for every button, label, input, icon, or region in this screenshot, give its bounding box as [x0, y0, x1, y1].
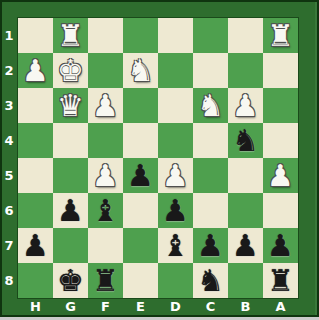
square-e2[interactable]: ♞: [123, 53, 158, 88]
square-a1[interactable]: ♜: [263, 18, 298, 53]
white-king: ♚: [57, 53, 84, 88]
square-e3[interactable]: [123, 88, 158, 123]
square-c2[interactable]: [193, 53, 228, 88]
square-e8[interactable]: [123, 263, 158, 298]
square-g4[interactable]: [53, 123, 88, 158]
square-c7[interactable]: ♟: [193, 228, 228, 263]
white-pawn: ♟: [267, 158, 294, 193]
white-pawn: ♟: [22, 53, 49, 88]
square-h6[interactable]: [18, 193, 53, 228]
square-g1[interactable]: ♜: [53, 18, 88, 53]
square-d4[interactable]: [158, 123, 193, 158]
square-a2[interactable]: [263, 53, 298, 88]
rank-label-7: 7: [0, 228, 18, 263]
square-a4[interactable]: [263, 123, 298, 158]
black-knight: ♞: [232, 123, 259, 158]
square-c4[interactable]: [193, 123, 228, 158]
square-d5[interactable]: ♟: [158, 158, 193, 193]
square-e5[interactable]: ♟: [123, 158, 158, 193]
rank-label-2: 2: [0, 53, 18, 88]
rank-label-6: 6: [0, 193, 18, 228]
square-c8[interactable]: ♞: [193, 263, 228, 298]
white-rook: ♜: [57, 18, 84, 53]
white-pawn: ♟: [92, 158, 119, 193]
file-label-d: D: [158, 298, 193, 315]
square-e7[interactable]: [123, 228, 158, 263]
square-d1[interactable]: [158, 18, 193, 53]
frame-bevel-right: [315, 2, 317, 315]
white-pawn: ♟: [162, 158, 189, 193]
square-b6[interactable]: [228, 193, 263, 228]
square-g3[interactable]: ♛: [53, 88, 88, 123]
white-pawn: ♟: [92, 88, 119, 123]
file-label-b: B: [228, 298, 263, 315]
square-h8[interactable]: [18, 263, 53, 298]
square-h1[interactable]: [18, 18, 53, 53]
black-pawn: ♟: [232, 228, 259, 263]
black-pawn: ♟: [127, 158, 154, 193]
file-label-g: G: [53, 298, 88, 315]
square-b7[interactable]: ♟: [228, 228, 263, 263]
square-a7[interactable]: ♟: [263, 228, 298, 263]
square-e4[interactable]: [123, 123, 158, 158]
white-rook: ♜: [267, 18, 294, 53]
frame-edge-right: [317, 0, 319, 320]
square-b2[interactable]: [228, 53, 263, 88]
square-d7[interactable]: ♝: [158, 228, 193, 263]
file-label-h: H: [18, 298, 53, 315]
square-h7[interactable]: ♟: [18, 228, 53, 263]
black-pawn: ♟: [57, 193, 84, 228]
black-pawn: ♟: [267, 228, 294, 263]
black-pawn: ♟: [22, 228, 49, 263]
square-b5[interactable]: [228, 158, 263, 193]
square-c1[interactable]: [193, 18, 228, 53]
square-h2[interactable]: ♟: [18, 53, 53, 88]
square-f5[interactable]: ♟: [88, 158, 123, 193]
square-b3[interactable]: ♟: [228, 88, 263, 123]
rank-label-4: 4: [0, 123, 18, 158]
square-b4[interactable]: ♞: [228, 123, 263, 158]
square-d6[interactable]: ♟: [158, 193, 193, 228]
square-f2[interactable]: [88, 53, 123, 88]
file-label-a: A: [263, 298, 298, 315]
square-a8[interactable]: ♜: [263, 263, 298, 298]
square-f8[interactable]: ♜: [88, 263, 123, 298]
square-c5[interactable]: [193, 158, 228, 193]
square-g2[interactable]: ♚: [53, 53, 88, 88]
square-f7[interactable]: [88, 228, 123, 263]
file-labels: HGFEDCBA: [18, 298, 298, 315]
frame-edge-top: [0, 0, 319, 2]
square-g7[interactable]: [53, 228, 88, 263]
white-pawn: ♟: [232, 88, 259, 123]
black-bishop: ♝: [162, 228, 189, 263]
square-d3[interactable]: [158, 88, 193, 123]
square-g8[interactable]: ♚: [53, 263, 88, 298]
square-e6[interactable]: [123, 193, 158, 228]
square-d8[interactable]: [158, 263, 193, 298]
black-king: ♚: [57, 263, 84, 298]
square-a6[interactable]: [263, 193, 298, 228]
rank-labels: 12345678: [0, 18, 18, 298]
square-e1[interactable]: [123, 18, 158, 53]
square-h4[interactable]: [18, 123, 53, 158]
black-bishop: ♝: [92, 193, 119, 228]
square-f1[interactable]: [88, 18, 123, 53]
square-c3[interactable]: ♞: [193, 88, 228, 123]
file-label-f: F: [88, 298, 123, 315]
rank-label-5: 5: [0, 158, 18, 193]
square-b1[interactable]: [228, 18, 263, 53]
square-d2[interactable]: [158, 53, 193, 88]
white-knight: ♞: [197, 88, 224, 123]
black-pawn: ♟: [162, 193, 189, 228]
black-pawn: ♟: [197, 228, 224, 263]
file-label-c: C: [193, 298, 228, 315]
white-knight: ♞: [127, 53, 154, 88]
white-queen: ♛: [57, 88, 84, 123]
square-a3[interactable]: [263, 88, 298, 123]
black-rook: ♜: [267, 263, 294, 298]
rank-label-3: 3: [0, 88, 18, 123]
square-g6[interactable]: ♟: [53, 193, 88, 228]
square-h3[interactable]: [18, 88, 53, 123]
chess-board: ♜♜♟♚♞♛♟♞♟♞♟♟♟♟♟♝♟♟♝♟♟♟♚♜♞♜: [18, 18, 298, 298]
square-h5[interactable]: [18, 158, 53, 193]
square-b8[interactable]: [228, 263, 263, 298]
chess-board-frame: ♜♜♟♚♞♛♟♞♟♞♟♟♟♟♟♝♟♟♝♟♟♟♚♜♞♜ 12345678 HGFE…: [0, 0, 319, 320]
square-a5[interactable]: ♟: [263, 158, 298, 193]
rank-label-8: 8: [0, 263, 18, 298]
square-f4[interactable]: [88, 123, 123, 158]
square-c6[interactable]: [193, 193, 228, 228]
square-g5[interactable]: [53, 158, 88, 193]
black-knight: ♞: [197, 263, 224, 298]
frame-edge-left: [0, 0, 2, 320]
rank-label-1: 1: [0, 18, 18, 53]
square-f6[interactable]: ♝: [88, 193, 123, 228]
file-label-e: E: [123, 298, 158, 315]
black-rook: ♜: [92, 263, 119, 298]
square-f3[interactable]: ♟: [88, 88, 123, 123]
